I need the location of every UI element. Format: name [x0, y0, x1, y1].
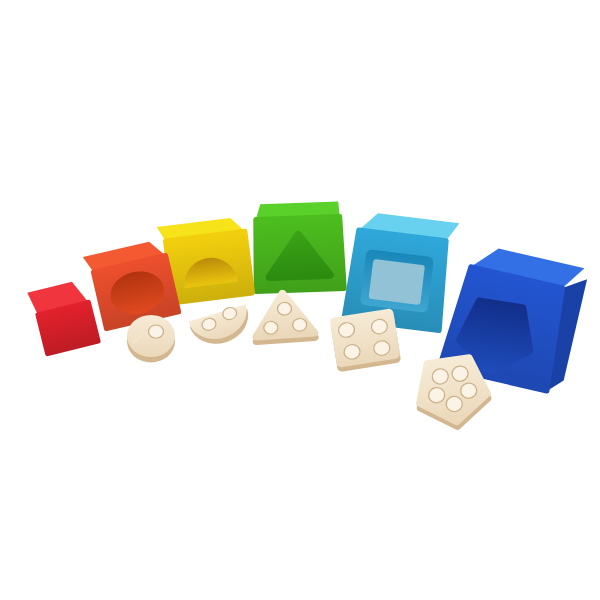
counting-hole — [277, 302, 292, 316]
insert-semicircle-2-holes — [188, 303, 255, 351]
block-green — [253, 201, 344, 291]
product-photo — [0, 0, 600, 600]
scene-svg — [0, 0, 600, 600]
counting-hole — [263, 321, 278, 335]
insert-square-4-holes — [329, 308, 401, 372]
block-red — [27, 279, 98, 355]
block-orange — [83, 239, 179, 330]
counting-hole — [292, 318, 307, 332]
block-cyan-recess-floor — [369, 259, 425, 305]
insert-circle-1-holes — [127, 315, 175, 363]
insert-triangle-3-holes — [254, 292, 315, 342]
counting-hole — [149, 325, 164, 338]
insert-square-face — [329, 308, 400, 368]
